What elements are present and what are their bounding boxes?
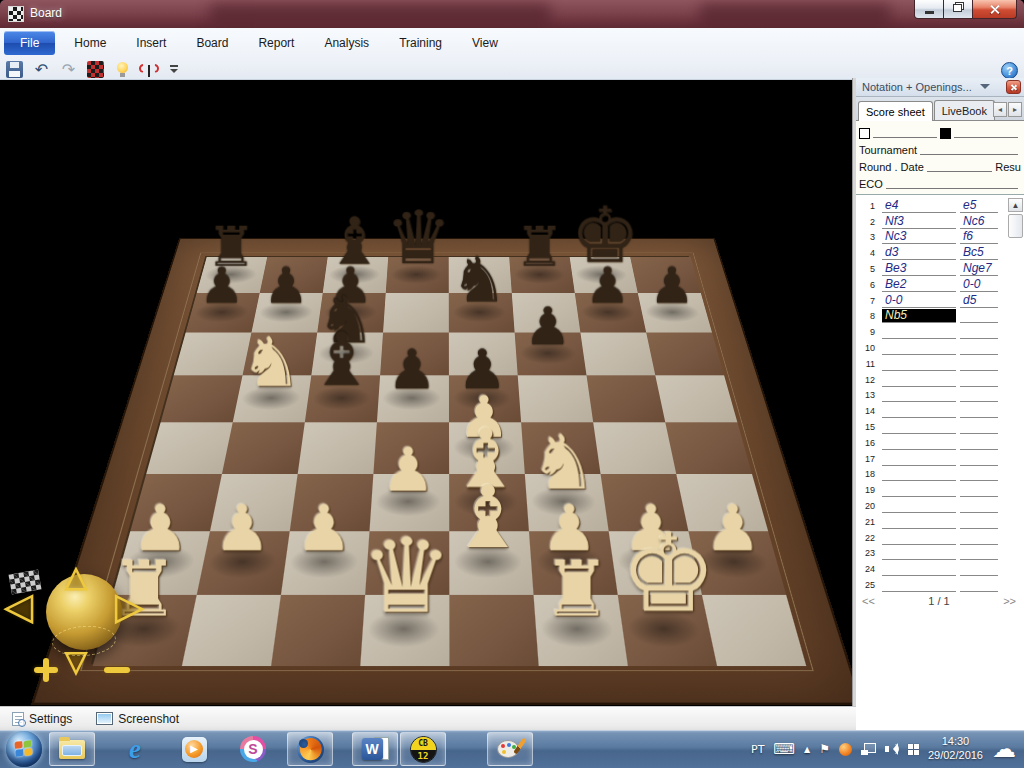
piece-anchor-c2: ♟ <box>279 530 368 593</box>
titlebar-glass-blob <box>700 4 890 26</box>
black-pawn-a7[interactable]: ♟ <box>190 261 254 311</box>
ribbon-tab-board[interactable]: Board <box>181 32 243 54</box>
white-knight-f3[interactable]: ♞ <box>525 425 603 500</box>
white-move-cell[interactable] <box>882 417 956 418</box>
square-a5[interactable] <box>161 375 243 422</box>
zoom-out-minus[interactable] <box>104 667 130 673</box>
move-row: 13 <box>856 387 1024 403</box>
white-move-cell[interactable]: Nb5 <box>882 309 956 323</box>
pager-next[interactable]: >> <box>1003 595 1016 607</box>
move-row: 24 <box>856 560 1024 576</box>
black-move-cell[interactable] <box>960 354 998 355</box>
engine-icon[interactable] <box>87 61 104 78</box>
move-number: 20 <box>856 500 882 513</box>
tournament-label: Tournament <box>859 144 917 156</box>
move-row: 3Nc3f6 <box>856 229 1024 245</box>
move-number: 15 <box>856 421 882 434</box>
square-h1[interactable] <box>702 595 806 666</box>
taskbar-paint[interactable] <box>487 732 533 766</box>
move-row: 20 <box>856 497 1024 513</box>
square-f5[interactable] <box>518 375 593 422</box>
white-player-square <box>859 128 870 139</box>
black-move-cell[interactable] <box>960 575 998 576</box>
move-number: 21 <box>856 516 882 529</box>
square-g6[interactable] <box>580 333 655 376</box>
panel-header[interactable]: Notation + Openings... <box>856 78 1024 97</box>
square-c4[interactable] <box>298 422 377 474</box>
move-row: 23 <box>856 545 1024 561</box>
piece-anchor-f8: ♜ <box>507 256 572 292</box>
black-move-cell[interactable] <box>960 370 998 371</box>
board-rotation-control: ▲ ▼ ◀ ▶ <box>0 80 1 81</box>
black-move-cell[interactable] <box>960 559 998 560</box>
black-pawn-f6[interactable]: ♟ <box>514 300 581 352</box>
move-row: 15 <box>856 418 1024 434</box>
word-icon: W <box>362 736 389 762</box>
network-icon[interactable] <box>861 743 876 755</box>
black-move-cell[interactable]: Nc6 <box>960 215 998 229</box>
black-bishop-c5[interactable]: ♝ <box>306 323 376 397</box>
tab-scroll-left-icon[interactable]: ◂ <box>993 102 1007 117</box>
tab-settings[interactable]: Settings <box>0 707 84 730</box>
taskbar-word[interactable]: W <box>352 732 398 766</box>
quick-access-toolbar: ↶ ↷ <box>6 58 180 80</box>
square-d7[interactable] <box>383 293 449 332</box>
white-move-cell[interactable]: Be2 <box>882 278 956 292</box>
white-move-cell[interactable] <box>882 575 956 576</box>
move-row: 14 <box>856 402 1024 418</box>
move-number: 3 <box>856 231 882 244</box>
square-a4[interactable] <box>146 422 233 474</box>
black-move-cell[interactable] <box>960 338 998 339</box>
chess-board[interactable]: ♜♝♛♜♚♟♟♟♞♟♟♞♟♞♝♟♟♟♟♝♞♟♟♟♝♟♟♟♜♛♜♚ <box>34 239 852 702</box>
white-move-cell[interactable] <box>882 354 956 355</box>
black-rook-f8[interactable]: ♜ <box>509 219 571 274</box>
result-label: Resu <box>995 161 1021 173</box>
move-number: 22 <box>856 532 882 545</box>
eco-label: ECO <box>859 178 883 190</box>
white-king-g1[interactable]: ♚ <box>620 519 706 627</box>
white-move-cell[interactable] <box>882 528 956 529</box>
black-knight-e7[interactable]: ♞ <box>447 249 511 312</box>
undo-icon[interactable]: ↶ <box>33 61 50 78</box>
clock-date: 29/02/2016 <box>928 749 983 763</box>
move-row: 12 <box>856 371 1024 387</box>
move-number: 12 <box>856 374 882 387</box>
titlebar-glass-blob <box>210 4 550 26</box>
game-pager: << 1 / 1 >> <box>856 592 1024 607</box>
screenshot-label: Screenshot <box>118 712 179 726</box>
white-move-cell[interactable]: Nc3 <box>882 230 956 244</box>
media-player-icon: ▶ <box>182 737 207 762</box>
settings-label: Settings <box>29 712 72 726</box>
board-scene: ♜♝♛♜♚♟♟♟♞♟♟♞♟♞♝♟♟♟♟♝♞♟♟♟♝♟♟♟♜♛♜♚ ▲ ▼ ◀ ▶ <box>0 80 852 706</box>
white-move-cell[interactable] <box>882 496 956 497</box>
rotate-up-arrow[interactable]: ▲ <box>66 562 86 592</box>
broadcast-antenna-icon[interactable] <box>141 61 158 78</box>
round-date-line[interactable] <box>927 162 992 172</box>
white-move-cell[interactable] <box>882 370 956 371</box>
black-move-cell[interactable] <box>960 322 998 323</box>
clock-time: 14:30 <box>928 735 983 749</box>
black-move-cell[interactable] <box>960 528 998 529</box>
square-b4[interactable] <box>222 422 305 474</box>
white-move-cell[interactable] <box>882 338 956 339</box>
white-pawn-c2[interactable]: ♟ <box>283 497 365 561</box>
app-window: Board FileHomeInsertBoardReportAnalysisT… <box>0 0 1024 768</box>
move-number: 4 <box>856 247 882 260</box>
move-row: 70-0d5 <box>856 292 1024 308</box>
language-indicator[interactable]: PT <box>751 743 764 756</box>
move-number: 7 <box>856 295 882 308</box>
black-move-cell[interactable] <box>960 417 998 418</box>
keyboard-icon[interactable]: ⌨ <box>773 740 795 758</box>
ribbon-tab-view[interactable]: View <box>457 32 513 54</box>
black-pawn-g7[interactable]: ♟ <box>576 261 640 311</box>
move-number: 8 <box>856 310 882 323</box>
tab-livebook[interactable]: LiveBook <box>934 100 995 120</box>
panel-title: Notation + Openings... <box>862 81 972 93</box>
tournament-line[interactable] <box>920 145 1018 155</box>
square-h6[interactable] <box>646 333 724 376</box>
taskbar-internet-explorer[interactable]: e <box>112 732 158 766</box>
ribbon-tab-insert[interactable]: Insert <box>121 32 181 54</box>
black-move-cell[interactable] <box>960 544 998 545</box>
black-queen-d8[interactable]: ♛ <box>385 200 447 274</box>
move-number: 25 <box>856 579 882 592</box>
paint-icon <box>497 736 523 762</box>
ribbon: FileHomeInsertBoardReportAnalysisTrainin… <box>0 28 1024 80</box>
black-player-line[interactable] <box>954 128 1018 138</box>
eco-line[interactable] <box>886 179 1018 189</box>
black-move-cell[interactable] <box>960 386 998 387</box>
taskbar-swirl-browser[interactable]: S <box>230 732 276 766</box>
black-move-cell[interactable] <box>960 401 998 402</box>
windows-flag-icon <box>14 740 32 757</box>
white-queen-d1[interactable]: ♛ <box>361 524 447 627</box>
white-player-line[interactable] <box>873 128 937 138</box>
taskbar-media-player[interactable]: ▶ <box>171 732 217 766</box>
piece-anchor-e7: ♞ <box>447 292 513 331</box>
move-row: 2Nf3Nc6 <box>856 213 1024 229</box>
chessbase12-icon: CB12 <box>410 736 437 763</box>
taskbar-explorer[interactable] <box>49 732 95 766</box>
move-row: 4d3Bc5 <box>856 244 1024 260</box>
square-g5[interactable] <box>587 375 666 422</box>
move-number: 1 <box>856 200 882 213</box>
black-move-cell[interactable] <box>960 449 998 450</box>
toolbar-overflow-icon[interactable] <box>168 61 180 78</box>
black-move-cell[interactable] <box>960 465 998 466</box>
white-move-cell[interactable]: d3 <box>882 246 956 260</box>
move-row: 8Nb5 <box>856 308 1024 324</box>
window-buttons <box>914 0 1017 19</box>
piece-anchor-h7: ♟ <box>636 292 710 331</box>
system-tray: PT ⌨ ▲ ⚑ 14:30 29/02/2016 ☁ <box>751 735 1024 763</box>
black-pawn-d5[interactable]: ♟ <box>377 342 447 397</box>
flag-icon[interactable]: ⚑ <box>819 742 830 756</box>
cloud-icon[interactable]: ☁ <box>992 735 1016 763</box>
taskbar: e ▶ S W CB12 PT ⌨ ▲ ⚑ 14:30 29/02/2016 ☁ <box>0 730 1024 768</box>
taskbar-chessbase12[interactable]: CB12 <box>400 732 446 766</box>
zoom-in-plus[interactable] <box>34 658 58 682</box>
move-list-area: 1e4e52Nf3Nc63Nc3f64d3Bc55Be3Nge76Be20-07… <box>856 194 1024 607</box>
white-move-cell[interactable] <box>882 465 956 466</box>
move-row: 5Be3Nge7 <box>856 260 1024 276</box>
white-bishop-e2[interactable]: ♝ <box>447 474 529 560</box>
chevron-down-icon[interactable] <box>980 84 990 94</box>
tab-score-sheet[interactable]: Score sheet <box>858 101 933 121</box>
black-move-cell[interactable]: e5 <box>960 199 998 213</box>
black-move-cell[interactable]: Nge7 <box>960 262 998 276</box>
square-b1[interactable] <box>182 595 281 666</box>
move-number: 18 <box>856 468 882 481</box>
settings-icon <box>12 712 24 726</box>
move-number: 24 <box>856 563 882 576</box>
move-row: 21 <box>856 513 1024 529</box>
ribbon-tab-home[interactable]: Home <box>59 32 121 54</box>
white-move-cell[interactable] <box>882 449 956 450</box>
ribbon-tab-analysis[interactable]: Analysis <box>309 32 384 54</box>
screenshot-icon <box>96 712 113 725</box>
black-move-cell[interactable] <box>960 591 998 592</box>
redo-icon[interactable]: ↷ <box>60 61 77 78</box>
restore-button[interactable] <box>944 0 973 19</box>
title-bar: Board <box>0 0 1024 28</box>
help-icon[interactable]: ? <box>1001 62 1018 79</box>
internet-explorer-icon: e <box>129 734 141 765</box>
black-move-cell[interactable]: Bc5 <box>960 246 998 260</box>
white-move-cell[interactable] <box>882 386 956 387</box>
scrollbar-thumb[interactable] <box>1008 214 1023 238</box>
black-move-cell[interactable] <box>960 496 998 497</box>
close-button[interactable] <box>973 0 1017 19</box>
move-row: 17 <box>856 450 1024 466</box>
white-move-cell[interactable] <box>882 591 956 592</box>
white-knight-b5[interactable]: ♞ <box>236 329 306 397</box>
close-icon <box>1010 84 1017 91</box>
tab-screenshot[interactable]: Screenshot <box>84 707 191 730</box>
minimize-button[interactable] <box>914 0 944 19</box>
black-move-cell[interactable]: 0-0 <box>960 278 998 292</box>
white-pawn-d3[interactable]: ♟ <box>369 440 447 500</box>
minimize-icon <box>925 11 934 14</box>
move-number: 14 <box>856 405 882 418</box>
tab-scroll-right-icon[interactable]: ▸ <box>1008 102 1022 117</box>
swirl-browser-icon: S <box>240 736 266 762</box>
black-move-cell[interactable] <box>960 512 998 513</box>
piece-anchor-g7: ♟ <box>573 292 644 331</box>
move-number: 13 <box>856 389 882 402</box>
move-number: 2 <box>856 216 882 229</box>
close-icon <box>989 4 1000 15</box>
move-list: 1e4e52Nf3Nc63Nc3f64d3Bc55Be3Nge76Be20-07… <box>856 195 1024 592</box>
move-number: 23 <box>856 547 882 560</box>
taskbar-firefox[interactable] <box>287 732 333 766</box>
white-pawn-b2[interactable]: ♟ <box>202 497 284 561</box>
hint-lightbulb-icon[interactable] <box>114 61 131 78</box>
move-row: 16 <box>856 434 1024 450</box>
scoresheet-header: Tournament Round . Date Resu ECO <box>856 121 1024 194</box>
window-title: Board <box>30 6 62 20</box>
start-button[interactable] <box>6 731 42 767</box>
rotate-left-arrow[interactable]: ◀ <box>6 586 32 626</box>
white-move-cell[interactable] <box>882 433 956 434</box>
move-list-scrollbar[interactable]: ▲ <box>1008 198 1023 238</box>
black-move-cell[interactable] <box>960 480 998 481</box>
move-row: 1e4e5 <box>856 197 1024 213</box>
move-row: 22 <box>856 529 1024 545</box>
piece-anchor-e2: ♝ <box>447 530 531 593</box>
status-bar: Settings Screenshot <box>0 706 856 730</box>
panel-close-button[interactable] <box>1006 80 1021 94</box>
white-move-cell[interactable] <box>882 559 956 560</box>
panel-tab-strip: Score sheet LiveBook ◂ ▸ <box>856 97 1024 121</box>
restore-icon <box>953 4 962 12</box>
save-icon[interactable] <box>6 61 23 78</box>
move-number: 9 <box>856 326 882 339</box>
square-c1[interactable] <box>271 595 365 666</box>
square-e1[interactable] <box>449 595 538 666</box>
black-move-cell[interactable]: d5 <box>960 294 998 308</box>
notation-panel: Notation + Openings... Score sheet LiveB… <box>856 78 1024 730</box>
windows-squares-icon[interactable] <box>908 744 919 755</box>
ribbon-tab-file[interactable]: File <box>4 31 55 55</box>
white-move-cell[interactable]: e4 <box>882 199 956 213</box>
square-h4[interactable] <box>665 422 752 474</box>
move-row: 6Be20-0 <box>856 276 1024 292</box>
pager-prev[interactable]: << <box>862 595 875 607</box>
orange-status-icon[interactable] <box>839 743 852 756</box>
pager-label: 1 / 1 <box>928 595 949 607</box>
round-date-label: Round . Date <box>859 161 924 173</box>
move-number: 17 <box>856 453 882 466</box>
piece-anchor-d8: ♛ <box>384 256 447 292</box>
app-icon-checkerboard <box>8 6 24 22</box>
white-move-cell[interactable] <box>882 512 956 513</box>
white-move-cell[interactable]: Nf3 <box>882 215 956 229</box>
move-row: 9 <box>856 323 1024 339</box>
white-rook-f1[interactable]: ♜ <box>533 551 619 628</box>
speaker-icon[interactable] <box>885 743 899 755</box>
move-row: 11 <box>856 355 1024 371</box>
move-row: 25 <box>856 576 1024 592</box>
move-row: 19 <box>856 481 1024 497</box>
black-pawn-h7[interactable]: ♟ <box>640 261 704 311</box>
rotate-right-arrow[interactable]: ▶ <box>116 586 142 626</box>
white-move-cell[interactable]: Be3 <box>882 262 956 276</box>
move-number: 5 <box>856 263 882 276</box>
white-move-cell[interactable] <box>882 544 956 545</box>
ribbon-tab-report[interactable]: Report <box>243 32 309 54</box>
ribbon-tab-training[interactable]: Training <box>384 32 457 54</box>
tray-expand-arrow[interactable]: ▲ <box>804 745 810 754</box>
white-move-cell[interactable] <box>882 401 956 402</box>
ribbon-tabs: FileHomeInsertBoardReportAnalysisTrainin… <box>4 30 513 55</box>
explorer-icon <box>59 740 85 759</box>
move-number: 10 <box>856 342 882 355</box>
scroll-up-icon[interactable]: ▲ <box>1008 198 1023 212</box>
black-move-cell[interactable] <box>960 433 998 434</box>
piece-anchor-b2: ♟ <box>195 530 288 593</box>
black-pawn-b7[interactable]: ♟ <box>254 261 318 311</box>
firefox-icon <box>297 736 324 763</box>
white-move-cell[interactable] <box>882 480 956 481</box>
move-number: 6 <box>856 279 882 292</box>
white-move-cell[interactable]: 0-0 <box>882 294 956 308</box>
square-g4[interactable] <box>593 422 676 474</box>
move-row: 18 <box>856 466 1024 482</box>
black-player-square <box>940 128 951 139</box>
square-h5[interactable] <box>655 375 737 422</box>
black-move-cell[interactable]: f6 <box>960 230 998 244</box>
move-row: 10 <box>856 339 1024 355</box>
move-number: 16 <box>856 437 882 450</box>
move-number: 19 <box>856 484 882 497</box>
taskbar-clock[interactable]: 14:30 29/02/2016 <box>928 735 983 763</box>
move-number: 11 <box>856 358 882 371</box>
